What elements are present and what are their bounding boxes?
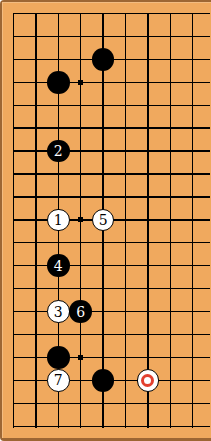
grid-line-vertical: [13, 14, 14, 428]
grid-line-horizontal: [13, 127, 211, 128]
stone-white: [137, 369, 160, 392]
move-number-label: 2: [54, 144, 63, 158]
grid-line-horizontal: [13, 150, 211, 151]
hoshi-star-point: [78, 217, 83, 222]
grid-line-horizontal: [13, 426, 211, 427]
stone-black: [92, 48, 115, 71]
stone-black: [47, 71, 70, 94]
move-number-label: 3: [54, 304, 63, 318]
move-number-label: 1: [54, 212, 63, 226]
stone-white-move-5: 5: [92, 209, 115, 232]
grid-line-horizontal: [13, 311, 211, 312]
board-frame: 2154367: [0, 0, 211, 441]
stone-black-move-4: 4: [47, 254, 70, 277]
grid-line-horizontal: [13, 196, 211, 197]
grid-line-horizontal: [13, 13, 211, 14]
grid-line-vertical: [170, 14, 171, 428]
go-board: 2154367: [2, 2, 211, 438]
hoshi-star-point: [78, 80, 83, 85]
grid-line-vertical: [125, 14, 126, 428]
grid-line-horizontal: [13, 105, 211, 106]
move-number-label: 7: [54, 373, 63, 387]
stone-black: [92, 369, 115, 392]
grid-line-horizontal: [13, 334, 211, 335]
stone-black-move-6: 6: [69, 300, 92, 323]
grid-line-vertical: [147, 14, 148, 428]
move-number-label: 4: [54, 258, 63, 272]
grid-line-horizontal: [13, 288, 211, 289]
grid-line-horizontal: [13, 357, 211, 358]
grid-line-vertical: [35, 14, 36, 428]
grid-line-horizontal: [13, 265, 211, 266]
grid-line-horizontal: [13, 36, 211, 37]
stone-white-move-7: 7: [47, 369, 70, 392]
red-circle-marker: [141, 374, 154, 387]
stone-black: [47, 346, 70, 369]
grid-line-horizontal: [13, 82, 211, 83]
grid-line-horizontal: [13, 173, 211, 174]
move-number-label: 5: [99, 212, 108, 226]
hoshi-star-point: [78, 355, 83, 360]
stone-white-move-1: 1: [47, 209, 70, 232]
grid-line-vertical: [192, 14, 193, 428]
stone-white-move-3: 3: [47, 300, 70, 323]
grid-line-horizontal: [13, 242, 211, 243]
grid-line-horizontal: [13, 403, 211, 404]
move-number-label: 6: [76, 304, 85, 318]
stone-black-move-2: 2: [47, 140, 70, 163]
